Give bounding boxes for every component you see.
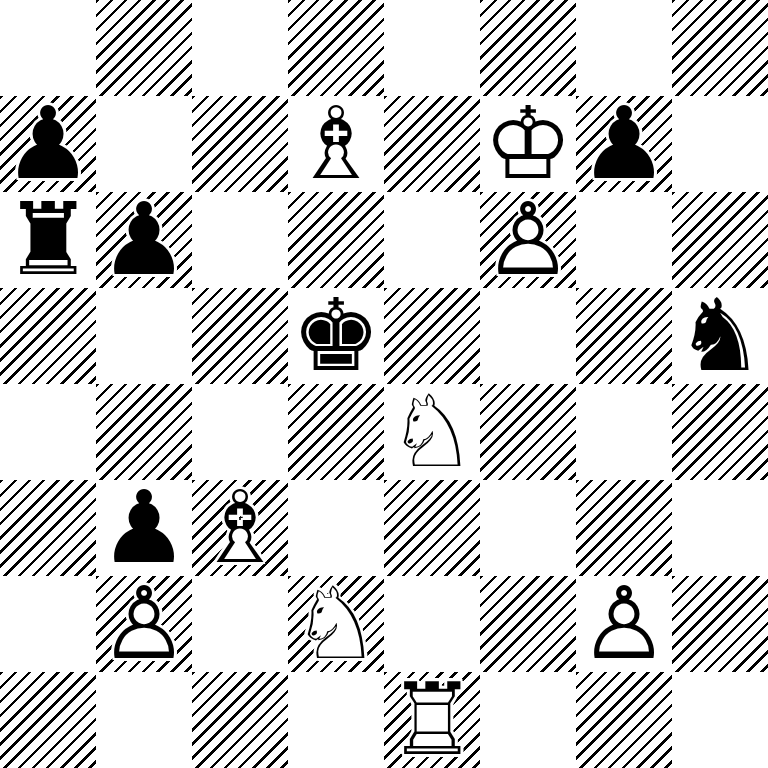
square-d7[interactable]: ♝♗	[288, 96, 384, 192]
piece-glyph: ♖	[384, 672, 480, 768]
white-pawn[interactable]: ♟♙	[96, 576, 192, 672]
square-a5[interactable]	[0, 288, 96, 384]
square-b2[interactable]: ♟♙	[96, 576, 192, 672]
square-g6[interactable]	[576, 192, 672, 288]
square-a4[interactable]	[0, 384, 96, 480]
black-pawn[interactable]: ♟♟	[96, 192, 192, 288]
square-e5[interactable]	[384, 288, 480, 384]
white-bishop[interactable]: ♝♗	[192, 480, 288, 576]
square-b1[interactable]	[96, 672, 192, 768]
square-a2[interactable]	[0, 576, 96, 672]
white-knight[interactable]: ♞♘	[384, 384, 480, 480]
piece-glyph: ♗	[192, 480, 288, 576]
square-d8[interactable]	[288, 0, 384, 96]
chess-board: ♟♟♝♗♚♔♟♟♜♜♟♟♟♙♚♚♞♞♞♘♟♟♝♗♟♙♞♘♟♙♜♖	[0, 0, 768, 768]
piece-glyph: ♟	[96, 192, 192, 288]
square-a6[interactable]: ♜♜	[0, 192, 96, 288]
square-c6[interactable]	[192, 192, 288, 288]
square-c1[interactable]	[192, 672, 288, 768]
square-h2[interactable]	[672, 576, 768, 672]
black-rook[interactable]: ♜♜	[0, 192, 96, 288]
square-d4[interactable]	[288, 384, 384, 480]
square-b8[interactable]	[96, 0, 192, 96]
square-c5[interactable]	[192, 288, 288, 384]
piece-glyph: ♙	[96, 576, 192, 672]
square-b4[interactable]	[96, 384, 192, 480]
square-c7[interactable]	[192, 96, 288, 192]
white-bishop[interactable]: ♝♗	[288, 96, 384, 192]
white-knight[interactable]: ♞♘	[288, 576, 384, 672]
square-d1[interactable]	[288, 672, 384, 768]
square-c3[interactable]: ♝♗	[192, 480, 288, 576]
square-g3[interactable]	[576, 480, 672, 576]
square-b6[interactable]: ♟♟	[96, 192, 192, 288]
piece-glyph: ♘	[384, 384, 480, 480]
black-pawn[interactable]: ♟♟	[96, 480, 192, 576]
square-f4[interactable]	[480, 384, 576, 480]
piece-glyph: ♚	[288, 288, 384, 384]
square-h8[interactable]	[672, 0, 768, 96]
square-d2[interactable]: ♞♘	[288, 576, 384, 672]
black-pawn[interactable]: ♟♟	[0, 96, 96, 192]
piece-glyph: ♜	[0, 192, 96, 288]
square-b5[interactable]	[96, 288, 192, 384]
square-a8[interactable]	[0, 0, 96, 96]
square-a3[interactable]	[0, 480, 96, 576]
square-a7[interactable]: ♟♟	[0, 96, 96, 192]
square-g5[interactable]	[576, 288, 672, 384]
square-h5[interactable]: ♞♞	[672, 288, 768, 384]
white-king[interactable]: ♚♔	[480, 96, 576, 192]
piece-glyph: ♞	[672, 288, 768, 384]
square-g8[interactable]	[576, 0, 672, 96]
square-g1[interactable]	[576, 672, 672, 768]
square-h4[interactable]	[672, 384, 768, 480]
black-knight[interactable]: ♞♞	[672, 288, 768, 384]
piece-glyph: ♔	[480, 96, 576, 192]
square-b3[interactable]: ♟♟	[96, 480, 192, 576]
piece-glyph: ♟	[0, 96, 96, 192]
square-f1[interactable]	[480, 672, 576, 768]
piece-glyph: ♙	[480, 192, 576, 288]
square-e6[interactable]	[384, 192, 480, 288]
square-c8[interactable]	[192, 0, 288, 96]
square-g4[interactable]	[576, 384, 672, 480]
square-f2[interactable]	[480, 576, 576, 672]
piece-glyph: ♟	[576, 96, 672, 192]
square-h6[interactable]	[672, 192, 768, 288]
square-f3[interactable]	[480, 480, 576, 576]
square-f8[interactable]	[480, 0, 576, 96]
square-c2[interactable]	[192, 576, 288, 672]
square-e1[interactable]: ♜♖	[384, 672, 480, 768]
square-e2[interactable]	[384, 576, 480, 672]
piece-glyph: ♙	[576, 576, 672, 672]
square-e8[interactable]	[384, 0, 480, 96]
black-king[interactable]: ♚♚	[288, 288, 384, 384]
piece-glyph: ♘	[288, 576, 384, 672]
square-h1[interactable]	[672, 672, 768, 768]
square-f6[interactable]: ♟♙	[480, 192, 576, 288]
square-d5[interactable]: ♚♚	[288, 288, 384, 384]
white-rook[interactable]: ♜♖	[384, 672, 480, 768]
black-pawn[interactable]: ♟♟	[576, 96, 672, 192]
square-f5[interactable]	[480, 288, 576, 384]
square-d3[interactable]	[288, 480, 384, 576]
white-pawn[interactable]: ♟♙	[480, 192, 576, 288]
square-h7[interactable]	[672, 96, 768, 192]
square-a1[interactable]	[0, 672, 96, 768]
square-c4[interactable]	[192, 384, 288, 480]
piece-glyph: ♟	[96, 480, 192, 576]
square-e3[interactable]	[384, 480, 480, 576]
piece-glyph: ♗	[288, 96, 384, 192]
square-g2[interactable]: ♟♙	[576, 576, 672, 672]
square-h3[interactable]	[672, 480, 768, 576]
square-e7[interactable]	[384, 96, 480, 192]
square-g7[interactable]: ♟♟	[576, 96, 672, 192]
square-d6[interactable]	[288, 192, 384, 288]
square-e4[interactable]: ♞♘	[384, 384, 480, 480]
white-pawn[interactable]: ♟♙	[576, 576, 672, 672]
square-f7[interactable]: ♚♔	[480, 96, 576, 192]
square-b7[interactable]	[96, 96, 192, 192]
